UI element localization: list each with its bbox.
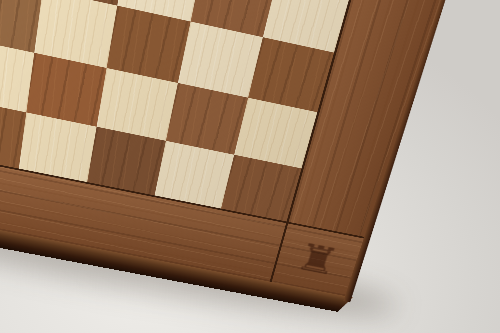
brand-stamp-icon: ♜	[292, 237, 344, 281]
product-photo-scene: ♜	[0, 0, 500, 333]
chessboard: ♜	[0, 0, 500, 296]
